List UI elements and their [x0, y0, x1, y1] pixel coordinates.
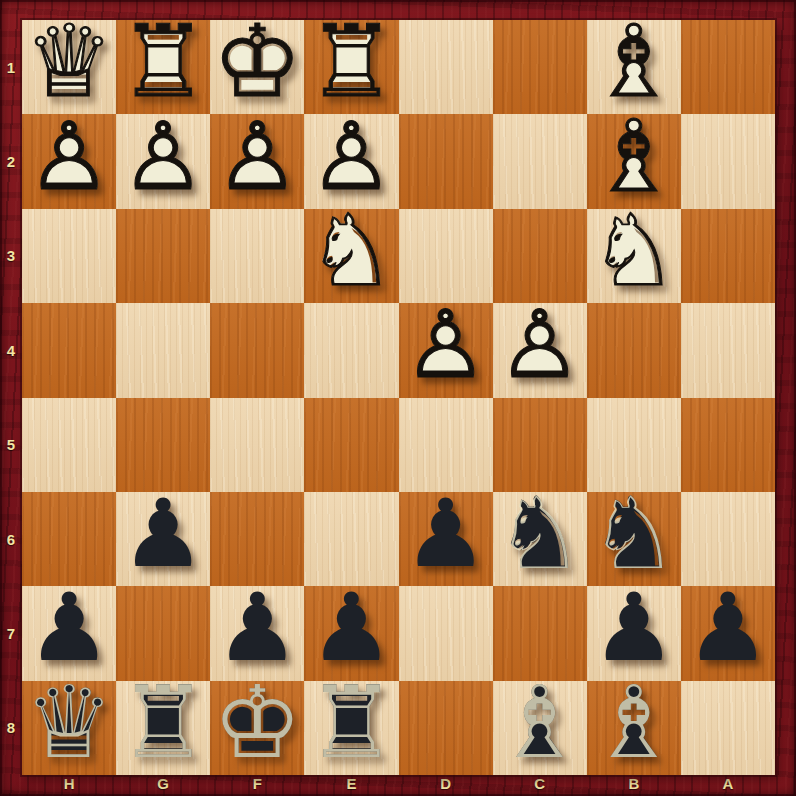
- square-c4[interactable]: ♟♙: [493, 303, 587, 397]
- square-c2[interactable]: [493, 114, 587, 208]
- square-c3[interactable]: [493, 209, 587, 303]
- square-h2[interactable]: ♟♙: [22, 114, 116, 208]
- square-b8[interactable]: ♝♗: [587, 681, 681, 775]
- black-rook-outline: ♖: [304, 676, 398, 770]
- square-d1[interactable]: [399, 20, 493, 114]
- white-pawn-outline: ♙: [210, 109, 304, 203]
- square-f5[interactable]: [210, 398, 304, 492]
- black-rook[interactable]: ♜♖: [116, 681, 210, 775]
- square-h3[interactable]: [22, 209, 116, 303]
- white-knight-outline: ♘: [587, 204, 681, 298]
- square-f6[interactable]: [210, 492, 304, 586]
- black-knight-outline: ♘: [587, 487, 681, 581]
- square-a8[interactable]: [681, 681, 775, 775]
- square-d8[interactable]: [399, 681, 493, 775]
- white-bishop-outline: ♗: [587, 15, 681, 109]
- white-pawn[interactable]: ♟♙: [210, 114, 304, 208]
- square-a3[interactable]: [681, 209, 775, 303]
- file-label-a: A: [681, 775, 775, 796]
- square-e8[interactable]: ♜♖: [304, 681, 398, 775]
- white-pawn-outline: ♙: [22, 109, 116, 203]
- black-pawn-glyph: ♟: [399, 487, 493, 581]
- square-e4[interactable]: [304, 303, 398, 397]
- square-e6[interactable]: [304, 492, 398, 586]
- black-king[interactable]: ♚♔: [210, 681, 304, 775]
- black-bishop-outline: ♗: [587, 676, 681, 770]
- square-h6[interactable]: [22, 492, 116, 586]
- white-pawn[interactable]: ♟♙: [116, 114, 210, 208]
- black-pawn-glyph: ♟: [116, 487, 210, 581]
- black-queen[interactable]: ♛♕: [22, 681, 116, 775]
- square-b4[interactable]: [587, 303, 681, 397]
- square-a4[interactable]: [681, 303, 775, 397]
- square-g4[interactable]: [116, 303, 210, 397]
- white-rook-outline: ♖: [304, 15, 398, 109]
- white-rook[interactable]: ♜♖: [116, 20, 210, 114]
- square-g6[interactable]: ♟: [116, 492, 210, 586]
- white-pawn[interactable]: ♟♙: [399, 303, 493, 397]
- square-d2[interactable]: [399, 114, 493, 208]
- rank-label-7: 7: [0, 586, 22, 680]
- square-f1[interactable]: ♚♔: [210, 20, 304, 114]
- square-c8[interactable]: ♝♗: [493, 681, 587, 775]
- black-pawn-glyph: ♟: [587, 581, 681, 675]
- square-b3[interactable]: ♞♘: [587, 209, 681, 303]
- black-pawn-glyph: ♟: [22, 581, 116, 675]
- white-rook-outline: ♖: [116, 15, 210, 109]
- white-pawn[interactable]: ♟♙: [22, 114, 116, 208]
- black-knight-outline: ♘: [493, 487, 587, 581]
- square-a5[interactable]: [681, 398, 775, 492]
- rank-labels: 12345678: [0, 20, 22, 775]
- white-pawn-outline: ♙: [399, 298, 493, 392]
- square-h4[interactable]: [22, 303, 116, 397]
- square-d4[interactable]: ♟♙: [399, 303, 493, 397]
- rank-label-6: 6: [0, 492, 22, 586]
- square-g3[interactable]: [116, 209, 210, 303]
- square-g8[interactable]: ♜♖: [116, 681, 210, 775]
- white-rook[interactable]: ♜♖: [304, 20, 398, 114]
- black-knight[interactable]: ♞♘: [493, 492, 587, 586]
- white-pawn-outline: ♙: [304, 109, 398, 203]
- rank-label-3: 3: [0, 209, 22, 303]
- black-knight[interactable]: ♞♘: [587, 492, 681, 586]
- white-knight[interactable]: ♞♘: [587, 209, 681, 303]
- white-pawn-outline: ♙: [116, 109, 210, 203]
- square-c6[interactable]: ♞♘: [493, 492, 587, 586]
- white-bishop-outline: ♗: [587, 109, 681, 203]
- square-a2[interactable]: [681, 114, 775, 208]
- black-bishop[interactable]: ♝♗: [493, 681, 587, 775]
- square-h1[interactable]: ♛♕: [22, 20, 116, 114]
- black-pawn[interactable]: ♟: [399, 492, 493, 586]
- square-g1[interactable]: ♜♖: [116, 20, 210, 114]
- rank-label-4: 4: [0, 303, 22, 397]
- square-e1[interactable]: ♜♖: [304, 20, 398, 114]
- square-d3[interactable]: [399, 209, 493, 303]
- square-a1[interactable]: [681, 20, 775, 114]
- rank-label-8: 8: [0, 681, 22, 775]
- black-pawn[interactable]: ♟: [681, 586, 775, 680]
- square-g5[interactable]: [116, 398, 210, 492]
- square-b6[interactable]: ♞♘: [587, 492, 681, 586]
- square-a6[interactable]: [681, 492, 775, 586]
- square-d6[interactable]: ♟: [399, 492, 493, 586]
- white-king[interactable]: ♚♔: [210, 20, 304, 114]
- white-knight-outline: ♘: [304, 204, 398, 298]
- square-f4[interactable]: [210, 303, 304, 397]
- file-label-d: D: [399, 775, 493, 796]
- white-knight[interactable]: ♞♘: [304, 209, 398, 303]
- white-king-outline: ♔: [210, 15, 304, 109]
- rank-label-1: 1: [0, 20, 22, 114]
- black-rook[interactable]: ♜♖: [304, 681, 398, 775]
- square-h8[interactable]: ♛♕: [22, 681, 116, 775]
- chessboard-frame: 12345678 HGFEDCBA ♛♕♜♖♚♔♜♖♝♗♟♙♟♙♟♙♟♙♝♗♞♘…: [0, 0, 796, 796]
- rank-label-2: 2: [0, 114, 22, 208]
- white-pawn-outline: ♙: [493, 298, 587, 392]
- square-d5[interactable]: [399, 398, 493, 492]
- black-bishop-outline: ♗: [493, 676, 587, 770]
- black-pawn-glyph: ♟: [304, 581, 398, 675]
- black-pawn-glyph: ♟: [210, 581, 304, 675]
- square-f3[interactable]: [210, 209, 304, 303]
- square-f2[interactable]: ♟♙: [210, 114, 304, 208]
- rank-label-5: 5: [0, 398, 22, 492]
- square-g2[interactable]: ♟♙: [116, 114, 210, 208]
- square-d7[interactable]: [399, 586, 493, 680]
- black-pawn-glyph: ♟: [681, 581, 775, 675]
- black-king-outline: ♔: [210, 676, 304, 770]
- black-rook-outline: ♖: [116, 676, 210, 770]
- black-queen-outline: ♕: [22, 676, 116, 770]
- white-queen-outline: ♕: [22, 15, 116, 109]
- square-h5[interactable]: [22, 398, 116, 492]
- square-e3[interactable]: ♞♘: [304, 209, 398, 303]
- square-a7[interactable]: ♟: [681, 586, 775, 680]
- square-c1[interactable]: [493, 20, 587, 114]
- square-f8[interactable]: ♚♔: [210, 681, 304, 775]
- white-queen[interactable]: ♛♕: [22, 20, 116, 114]
- black-pawn[interactable]: ♟: [116, 492, 210, 586]
- white-pawn[interactable]: ♟♙: [493, 303, 587, 397]
- square-e5[interactable]: [304, 398, 398, 492]
- black-bishop[interactable]: ♝♗: [587, 681, 681, 775]
- chess-board: ♛♕♜♖♚♔♜♖♝♗♟♙♟♙♟♙♟♙♝♗♞♘♞♘♟♙♟♙♟♟♞♘♞♘♟♟♟♟♟♛…: [22, 20, 775, 775]
